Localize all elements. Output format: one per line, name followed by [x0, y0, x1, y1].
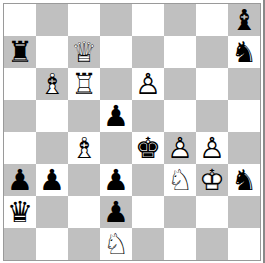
- square-b7[interactable]: [36, 36, 68, 68]
- square-h4[interactable]: [228, 132, 260, 164]
- piece-glyph-outline: ♗: [68, 132, 100, 164]
- piece-white-king[interactable]: ♚♔: [196, 164, 228, 196]
- square-a8[interactable]: [4, 4, 36, 36]
- piece-black-queen[interactable]: ♛: [4, 196, 36, 228]
- piece-glyph-outline: ♗: [36, 68, 68, 100]
- piece-white-pawn[interactable]: ♟♙: [132, 68, 164, 100]
- piece-glyph-fill: ♟: [100, 164, 132, 196]
- square-a6[interactable]: [4, 68, 36, 100]
- square-d3[interactable]: ♟: [100, 164, 132, 196]
- square-d7[interactable]: [100, 36, 132, 68]
- square-h3[interactable]: ♞: [228, 164, 260, 196]
- piece-glyph-outline: ♙: [132, 68, 164, 100]
- piece-glyph-outline: ♙: [164, 132, 196, 164]
- square-c7[interactable]: ♛♕: [68, 36, 100, 68]
- piece-glyph-outline: ♙: [196, 132, 228, 164]
- square-e3[interactable]: [132, 164, 164, 196]
- piece-white-pawn[interactable]: ♟♙: [196, 132, 228, 164]
- piece-glyph-outline: ♖: [68, 68, 100, 100]
- square-g1[interactable]: [196, 228, 228, 260]
- piece-glyph-fill: ♜: [4, 36, 36, 68]
- piece-glyph-fill: ♝: [228, 4, 260, 36]
- square-e1[interactable]: [132, 228, 164, 260]
- piece-black-king[interactable]: ♚: [132, 132, 164, 164]
- board-frame: ♝♜♛♕♞♝♗♜♖♟♙♟♝♗♚♟♙♟♙♟♟♟♞♘♚♔♞♛♟♞♘: [0, 0, 265, 263]
- piece-glyph-fill: ♟: [100, 100, 132, 132]
- piece-black-rook[interactable]: ♜: [4, 36, 36, 68]
- piece-black-pawn[interactable]: ♟: [4, 164, 36, 196]
- piece-black-pawn[interactable]: ♟: [100, 164, 132, 196]
- square-f3[interactable]: ♞♘: [164, 164, 196, 196]
- piece-glyph-fill: ♞: [228, 36, 260, 68]
- piece-black-pawn[interactable]: ♟: [100, 196, 132, 228]
- square-c8[interactable]: [68, 4, 100, 36]
- square-f1[interactable]: [164, 228, 196, 260]
- square-d5[interactable]: ♟: [100, 100, 132, 132]
- square-b1[interactable]: [36, 228, 68, 260]
- square-c2[interactable]: [68, 196, 100, 228]
- piece-black-bishop[interactable]: ♝: [228, 4, 260, 36]
- piece-glyph-fill: ♟: [100, 196, 132, 228]
- square-f6[interactable]: [164, 68, 196, 100]
- piece-glyph-outline: ♔: [196, 164, 228, 196]
- square-e6[interactable]: ♟♙: [132, 68, 164, 100]
- square-b3[interactable]: ♟: [36, 164, 68, 196]
- square-g3[interactable]: ♚♔: [196, 164, 228, 196]
- square-a5[interactable]: [4, 100, 36, 132]
- square-b5[interactable]: [36, 100, 68, 132]
- piece-white-queen[interactable]: ♛♕: [68, 36, 100, 68]
- piece-glyph-fill: ♟: [36, 164, 68, 196]
- square-e4[interactable]: ♚: [132, 132, 164, 164]
- square-a1[interactable]: [4, 228, 36, 260]
- square-g4[interactable]: ♟♙: [196, 132, 228, 164]
- square-g2[interactable]: [196, 196, 228, 228]
- square-a3[interactable]: ♟: [4, 164, 36, 196]
- piece-white-pawn[interactable]: ♟♙: [164, 132, 196, 164]
- square-b2[interactable]: [36, 196, 68, 228]
- chess-board: ♝♜♛♕♞♝♗♜♖♟♙♟♝♗♚♟♙♟♙♟♟♟♞♘♚♔♞♛♟♞♘: [3, 3, 261, 261]
- piece-black-knight[interactable]: ♞: [228, 164, 260, 196]
- piece-glyph-fill: ♚: [132, 132, 164, 164]
- piece-white-bishop[interactable]: ♝♗: [68, 132, 100, 164]
- square-d2[interactable]: ♟: [100, 196, 132, 228]
- square-h8[interactable]: ♝: [228, 4, 260, 36]
- piece-glyph-fill: ♛: [4, 196, 36, 228]
- square-g8[interactable]: [196, 4, 228, 36]
- square-c4[interactable]: ♝♗: [68, 132, 100, 164]
- square-e2[interactable]: [132, 196, 164, 228]
- square-d8[interactable]: [100, 4, 132, 36]
- square-f7[interactable]: [164, 36, 196, 68]
- square-d1[interactable]: ♞♘: [100, 228, 132, 260]
- piece-glyph-fill: ♞: [228, 164, 260, 196]
- square-d6[interactable]: [100, 68, 132, 100]
- piece-glyph-outline: ♕: [68, 36, 100, 68]
- square-e7[interactable]: [132, 36, 164, 68]
- piece-glyph-outline: ♘: [164, 164, 196, 196]
- square-h2[interactable]: [228, 196, 260, 228]
- square-f2[interactable]: [164, 196, 196, 228]
- piece-glyph-outline: ♘: [100, 228, 132, 260]
- square-h5[interactable]: [228, 100, 260, 132]
- square-c3[interactable]: [68, 164, 100, 196]
- square-e8[interactable]: [132, 4, 164, 36]
- square-f8[interactable]: [164, 4, 196, 36]
- piece-black-knight[interactable]: ♞: [228, 36, 260, 68]
- piece-black-pawn[interactable]: ♟: [100, 100, 132, 132]
- piece-black-pawn[interactable]: ♟: [36, 164, 68, 196]
- square-c6[interactable]: ♜♖: [68, 68, 100, 100]
- square-f5[interactable]: [164, 100, 196, 132]
- square-c5[interactable]: [68, 100, 100, 132]
- square-a7[interactable]: ♜: [4, 36, 36, 68]
- piece-white-knight[interactable]: ♞♘: [100, 228, 132, 260]
- square-e5[interactable]: [132, 100, 164, 132]
- piece-white-rook[interactable]: ♜♖: [68, 68, 100, 100]
- square-a4[interactable]: [4, 132, 36, 164]
- square-d4[interactable]: [100, 132, 132, 164]
- square-b8[interactable]: [36, 4, 68, 36]
- square-a2[interactable]: ♛: [4, 196, 36, 228]
- square-b6[interactable]: ♝♗: [36, 68, 68, 100]
- square-g5[interactable]: [196, 100, 228, 132]
- square-g7[interactable]: [196, 36, 228, 68]
- piece-white-bishop[interactable]: ♝♗: [36, 68, 68, 100]
- square-h1[interactable]: [228, 228, 260, 260]
- square-c1[interactable]: [68, 228, 100, 260]
- square-g6[interactable]: [196, 68, 228, 100]
- square-f4[interactable]: ♟♙: [164, 132, 196, 164]
- piece-glyph-fill: ♟: [4, 164, 36, 196]
- piece-white-knight[interactable]: ♞♘: [164, 164, 196, 196]
- square-b4[interactable]: [36, 132, 68, 164]
- square-h7[interactable]: ♞: [228, 36, 260, 68]
- square-h6[interactable]: [228, 68, 260, 100]
